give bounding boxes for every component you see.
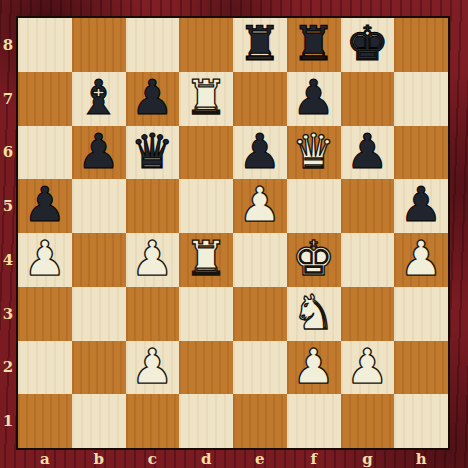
square-h4[interactable]: ♟: [394, 233, 448, 287]
square-e3[interactable]: [233, 287, 287, 341]
square-e8[interactable]: ♜: [233, 18, 287, 72]
piece-black-pawn-g6[interactable]: ♟: [346, 126, 389, 179]
piece-white-knight-f3[interactable]: ♞: [292, 287, 335, 340]
file-label-a: a: [18, 449, 72, 468]
square-f6[interactable]: ♛: [287, 126, 341, 180]
square-g2[interactable]: ♟: [341, 341, 395, 395]
square-d4[interactable]: ♜: [179, 233, 233, 287]
square-h2[interactable]: [394, 341, 448, 395]
square-a7[interactable]: [18, 72, 72, 126]
piece-white-queen-f6[interactable]: ♛: [292, 126, 335, 179]
square-f8[interactable]: ♜: [287, 18, 341, 72]
square-e5[interactable]: ♟: [233, 179, 287, 233]
square-a3[interactable]: [18, 287, 72, 341]
file-label-f: f: [287, 449, 341, 468]
chess-board: ♜♜♚♝♟♜♟♟♛♟♛♟♟♟♟♟♟♜♚♟♞♟♟♟: [16, 16, 450, 450]
square-f4[interactable]: ♚: [287, 233, 341, 287]
rank-label-2: 2: [0, 341, 16, 395]
square-b3[interactable]: [72, 287, 126, 341]
rank-label-4: 4: [0, 233, 16, 287]
piece-black-pawn-h5[interactable]: ♟: [400, 179, 443, 232]
file-label-d: d: [179, 449, 233, 468]
square-f1[interactable]: [287, 394, 341, 448]
square-b4[interactable]: [72, 233, 126, 287]
square-g7[interactable]: [341, 72, 395, 126]
square-d5[interactable]: [179, 179, 233, 233]
file-label-g: g: [341, 449, 395, 468]
piece-black-queen-c6[interactable]: ♛: [131, 126, 174, 179]
square-h8[interactable]: [394, 18, 448, 72]
file-label-h: h: [394, 449, 448, 468]
square-h7[interactable]: [394, 72, 448, 126]
piece-white-pawn-f2[interactable]: ♟: [292, 341, 335, 394]
square-a4[interactable]: ♟: [18, 233, 72, 287]
square-c1[interactable]: [126, 394, 180, 448]
square-d2[interactable]: [179, 341, 233, 395]
rank-label-8: 8: [0, 18, 16, 72]
square-d6[interactable]: [179, 126, 233, 180]
piece-white-pawn-c2[interactable]: ♟: [131, 341, 174, 394]
rank-label-1: 1: [0, 394, 16, 448]
square-e7[interactable]: [233, 72, 287, 126]
piece-white-pawn-e5[interactable]: ♟: [238, 179, 281, 232]
piece-white-pawn-g2[interactable]: ♟: [346, 341, 389, 394]
square-b8[interactable]: [72, 18, 126, 72]
square-h3[interactable]: [394, 287, 448, 341]
piece-white-pawn-c4[interactable]: ♟: [131, 233, 174, 286]
piece-black-pawn-c7[interactable]: ♟: [131, 72, 174, 125]
piece-white-rook-d7[interactable]: ♜: [185, 72, 228, 125]
piece-black-rook-e8[interactable]: ♜: [238, 18, 281, 71]
piece-black-pawn-e6[interactable]: ♟: [238, 126, 281, 179]
file-label-c: c: [126, 449, 180, 468]
square-f5[interactable]: [287, 179, 341, 233]
piece-black-pawn-b6[interactable]: ♟: [77, 126, 120, 179]
square-b7[interactable]: ♝: [72, 72, 126, 126]
square-f2[interactable]: ♟: [287, 341, 341, 395]
piece-black-pawn-a5[interactable]: ♟: [23, 179, 66, 232]
piece-white-pawn-h4[interactable]: ♟: [400, 233, 443, 286]
square-a2[interactable]: [18, 341, 72, 395]
piece-white-king-f4[interactable]: ♚: [292, 233, 335, 286]
square-a5[interactable]: ♟: [18, 179, 72, 233]
square-b6[interactable]: ♟: [72, 126, 126, 180]
square-e6[interactable]: ♟: [233, 126, 287, 180]
square-c2[interactable]: ♟: [126, 341, 180, 395]
square-g8[interactable]: ♚: [341, 18, 395, 72]
square-e4[interactable]: [233, 233, 287, 287]
piece-white-pawn-a4[interactable]: ♟: [23, 233, 66, 286]
board-frame: ♜♜♚♝♟♜♟♟♛♟♛♟♟♟♟♟♟♜♚♟♞♟♟♟ 87654321abcdefg…: [0, 0, 468, 468]
piece-white-rook-d4[interactable]: ♜: [185, 233, 228, 286]
square-f7[interactable]: ♟: [287, 72, 341, 126]
rank-label-7: 7: [0, 72, 16, 126]
square-c4[interactable]: ♟: [126, 233, 180, 287]
square-g3[interactable]: [341, 287, 395, 341]
square-d8[interactable]: [179, 18, 233, 72]
square-g5[interactable]: [341, 179, 395, 233]
square-h6[interactable]: [394, 126, 448, 180]
square-g1[interactable]: [341, 394, 395, 448]
square-b1[interactable]: [72, 394, 126, 448]
piece-black-pawn-f7[interactable]: ♟: [292, 72, 335, 125]
square-c6[interactable]: ♛: [126, 126, 180, 180]
square-a8[interactable]: [18, 18, 72, 72]
square-b5[interactable]: [72, 179, 126, 233]
square-d7[interactable]: ♜: [179, 72, 233, 126]
square-d3[interactable]: [179, 287, 233, 341]
square-a1[interactable]: [18, 394, 72, 448]
square-c3[interactable]: [126, 287, 180, 341]
square-c7[interactable]: ♟: [126, 72, 180, 126]
piece-black-bishop-b7[interactable]: ♝: [77, 72, 120, 125]
square-g4[interactable]: [341, 233, 395, 287]
piece-black-rook-f8[interactable]: ♜: [292, 18, 335, 71]
square-c5[interactable]: [126, 179, 180, 233]
square-f3[interactable]: ♞: [287, 287, 341, 341]
file-label-b: b: [72, 449, 126, 468]
rank-label-5: 5: [0, 179, 16, 233]
square-b2[interactable]: [72, 341, 126, 395]
square-h1[interactable]: [394, 394, 448, 448]
square-d1[interactable]: [179, 394, 233, 448]
square-e2[interactable]: [233, 341, 287, 395]
square-g6[interactable]: ♟: [341, 126, 395, 180]
square-h5[interactable]: ♟: [394, 179, 448, 233]
piece-black-king-g8[interactable]: ♚: [346, 18, 389, 71]
file-label-e: e: [233, 449, 287, 468]
square-a6[interactable]: [18, 126, 72, 180]
square-e1[interactable]: [233, 394, 287, 448]
rank-label-3: 3: [0, 287, 16, 341]
square-c8[interactable]: [126, 18, 180, 72]
rank-label-6: 6: [0, 126, 16, 180]
